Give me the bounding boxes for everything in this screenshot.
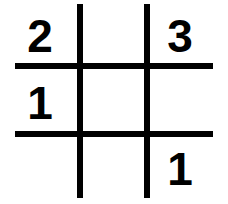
cell-r1c2[interactable]	[147, 66, 213, 134]
cell-r0c1[interactable]	[80, 0, 147, 66]
cell-r2c2[interactable]: 1	[147, 134, 213, 198]
puzzle-board: 2 3 1 1	[0, 0, 228, 204]
clue-number: 1	[27, 80, 53, 126]
cell-r0c0[interactable]: 2	[0, 0, 80, 66]
cell-r0c2[interactable]: 3	[147, 0, 213, 66]
cell-r2c0[interactable]	[0, 134, 80, 198]
cell-grid: 2 3 1 1	[0, 0, 213, 198]
clue-number: 2	[27, 13, 53, 59]
clue-number: 3	[167, 13, 193, 59]
clue-number: 1	[167, 146, 193, 192]
cell-r1c1[interactable]	[80, 66, 147, 134]
cell-r2c1[interactable]	[80, 134, 147, 198]
cell-r1c0[interactable]: 1	[0, 66, 80, 134]
